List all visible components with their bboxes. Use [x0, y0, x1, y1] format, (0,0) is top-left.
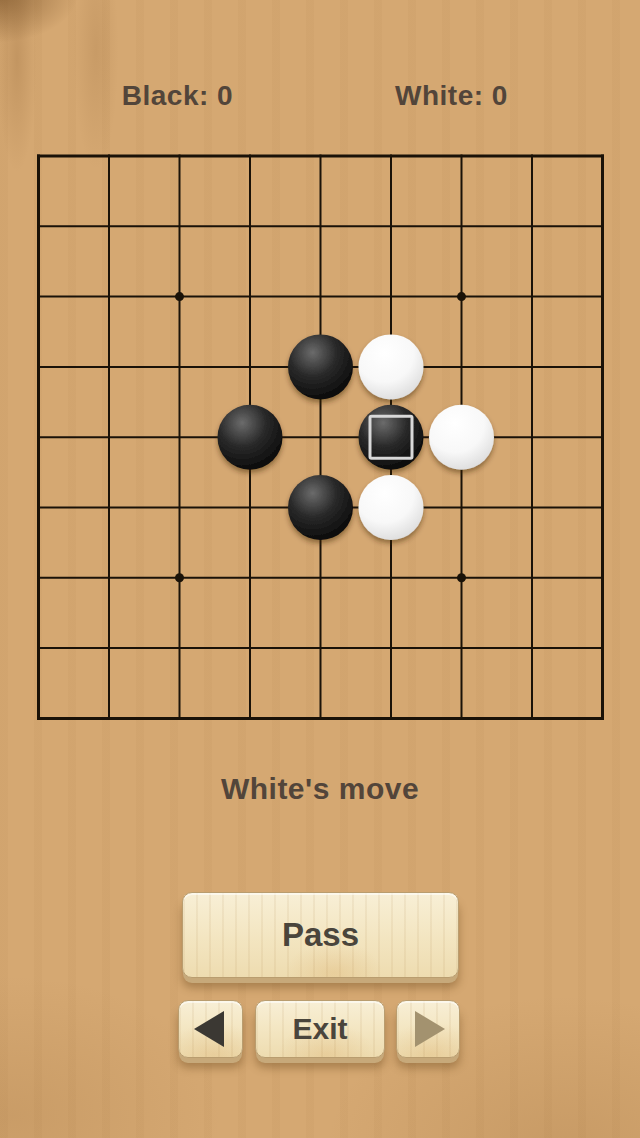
stone-white [429, 405, 494, 470]
star-point [175, 573, 184, 582]
go-game-screen: Black: 0 White: 0 White's move Pass Exit [0, 0, 640, 1138]
stone-white [359, 334, 424, 399]
go-board[interactable] [0, 120, 640, 760]
left-arrow-icon [194, 1011, 224, 1047]
stone-white [359, 475, 424, 540]
star-point [457, 573, 466, 582]
stone-black [218, 405, 283, 470]
turn-indicator: White's move [0, 772, 640, 806]
stone-black [288, 475, 353, 540]
stone-black [288, 334, 353, 399]
star-point [457, 292, 466, 301]
right-arrow-icon [415, 1011, 445, 1047]
star-point [175, 292, 184, 301]
white-score-label: White: 0 [354, 77, 549, 115]
board-grid [0, 120, 640, 760]
next-move-button[interactable] [396, 1000, 460, 1058]
stone-black [359, 405, 424, 470]
previous-move-button[interactable] [178, 1000, 243, 1058]
exit-button[interactable]: Exit [255, 1000, 385, 1058]
pass-button[interactable]: Pass [182, 892, 459, 978]
black-score-label: Black: 0 [80, 77, 275, 115]
